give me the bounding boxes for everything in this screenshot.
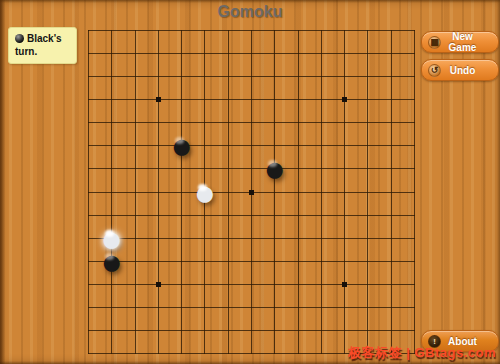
grid-line-vertical <box>367 30 368 354</box>
new-game-label: New Game <box>441 31 484 53</box>
grid-line-vertical <box>344 30 345 354</box>
new-game-icon: ▦ <box>428 36 441 49</box>
star-point <box>342 282 347 287</box>
grid-line-horizontal <box>88 307 415 308</box>
undo-label: Undo <box>441 65 484 76</box>
star-point <box>156 282 161 287</box>
grid-line-horizontal <box>88 238 415 239</box>
grid-line-vertical <box>414 30 415 354</box>
grid-line-vertical <box>298 30 299 354</box>
grid-line-horizontal <box>88 284 415 285</box>
grid-line-vertical <box>274 30 275 354</box>
board[interactable]: ●●●●● <box>88 30 415 354</box>
new-game-button[interactable]: ▦ New Game <box>421 31 499 53</box>
undo-button[interactable]: ↺ Undo <box>421 59 499 81</box>
status-box: Black's turn. <box>8 27 77 64</box>
gomoku-app: Gomoku Black's turn. ●●●●● ▦ New Game ↺ … <box>0 0 500 364</box>
grid-line-horizontal <box>88 215 415 216</box>
page-title: Gomoku <box>0 3 500 21</box>
black-stone-icon <box>15 34 24 43</box>
grid-line-horizontal <box>88 261 415 262</box>
star-point <box>249 190 254 195</box>
star-point <box>156 97 161 102</box>
undo-icon: ↺ <box>428 64 441 77</box>
grid-line-horizontal <box>88 330 415 331</box>
watermark: 极客标签 | GBtags.com <box>348 344 496 362</box>
grid-line-vertical <box>321 30 322 354</box>
star-point <box>342 97 347 102</box>
grid-line-vertical <box>391 30 392 354</box>
wood-edge-left <box>0 0 5 364</box>
